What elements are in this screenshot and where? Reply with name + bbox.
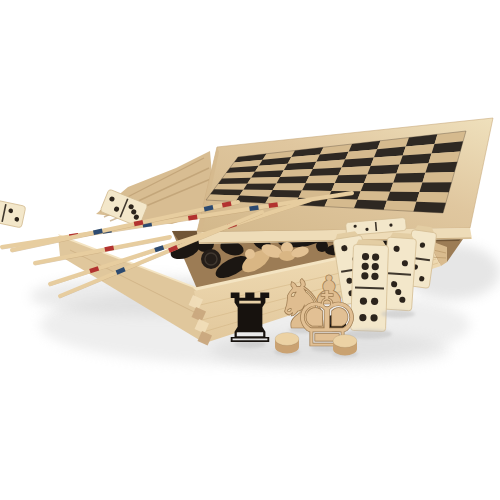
board-square-r6c7 [416, 192, 448, 203]
stick-band-red [269, 204, 278, 205]
stick-band-red [188, 217, 197, 218]
board-square-r3c6 [396, 163, 428, 173]
checker-disc-natural-0 [275, 333, 299, 354]
tray-checker-black [201, 249, 221, 269]
stick-band-blue [116, 269, 124, 272]
board-square-r6c6 [387, 192, 420, 202]
stick-band-red [134, 222, 143, 224]
stick-band-red [169, 247, 177, 250]
tray-piece-blob [245, 249, 255, 259]
board-square-r5c6 [390, 183, 422, 193]
board-square-r4c3 [306, 175, 339, 183]
board-square-r4c0 [218, 178, 251, 184]
chessboard-lid [197, 118, 493, 244]
board-square-r3c5 [367, 165, 399, 175]
board-square-r5c3 [302, 183, 335, 191]
board-square-r6c5 [357, 191, 390, 200]
stick-band-red [105, 248, 114, 250]
checker-top [275, 333, 299, 346]
board-square-r3c7 [425, 162, 457, 173]
board-square-r3c4 [338, 166, 370, 175]
piece-shadow [381, 310, 415, 318]
board-square-r6c0 [210, 189, 243, 195]
checker-disc-natural-1 [333, 335, 357, 356]
domino-lying-left-edge [0, 198, 26, 228]
checker-top [333, 335, 357, 348]
stick-band-blue [155, 247, 164, 250]
board-square-r5c7 [419, 182, 451, 192]
board-square-r4c6 [393, 173, 425, 183]
stick-band-blue [204, 207, 213, 209]
board-square-r4c2 [276, 176, 309, 183]
stick-band-blue [250, 207, 259, 208]
domino-divider [376, 222, 377, 231]
board-square-r6c1 [240, 190, 273, 197]
board-square-r5c4 [331, 183, 364, 191]
stick-band-red [90, 268, 99, 271]
board-square-r4c1 [247, 177, 280, 184]
stick-band-blue [93, 231, 102, 233]
board-square-r6c2 [269, 190, 302, 198]
board-square-r4c5 [364, 174, 396, 183]
product-photo: ♟♞♚♜ [0, 0, 500, 500]
scene-svg: ♟♞♚♜ [0, 0, 500, 500]
board-square-r5c0 [214, 184, 247, 190]
board-square-r5c5 [361, 183, 394, 192]
stick-band-red [222, 203, 231, 205]
board-square-r4c7 [422, 172, 454, 183]
board-square-r5c1 [243, 184, 276, 191]
board-square-r4c4 [335, 174, 368, 183]
board-square-r5c2 [273, 183, 306, 190]
chess-piece-rook-black: ♜ [220, 279, 281, 358]
